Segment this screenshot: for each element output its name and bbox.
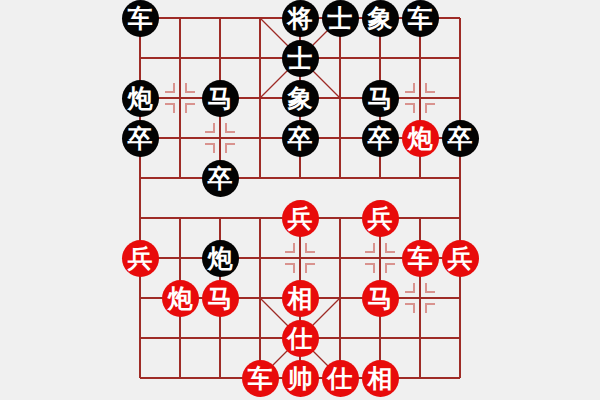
piece-black-soldier[interactable]: 卒: [280, 118, 320, 158]
piece-red-cannon[interactable]: 炮: [400, 118, 440, 158]
point-marker: [400, 278, 440, 318]
piece-black-soldier[interactable]: 卒: [360, 118, 400, 158]
piece-red-horse[interactable]: 马: [360, 278, 400, 318]
piece-red-chariot[interactable]: 车: [400, 238, 440, 278]
piece-black-chariot[interactable]: 车: [120, 0, 160, 38]
piece-black-advisor[interactable]: 士: [320, 0, 360, 38]
piece-black-soldier[interactable]: 卒: [120, 118, 160, 158]
piece-black-horse[interactable]: 马: [360, 78, 400, 118]
piece-black-elephant[interactable]: 象: [280, 78, 320, 118]
piece-red-general[interactable]: 帅: [280, 358, 320, 398]
point-marker: [360, 238, 400, 278]
piece-black-soldier[interactable]: 卒: [440, 118, 480, 158]
point-marker: [280, 238, 320, 278]
piece-red-elephant[interactable]: 相: [280, 278, 320, 318]
piece-red-chariot[interactable]: 车: [240, 358, 280, 398]
point-marker: [400, 78, 440, 118]
pieces-layer: 车将士象车士炮马象马卒卒卒炮卒卒兵兵兵炮车兵炮马相马仕车帅仕相: [120, 0, 480, 398]
piece-black-advisor[interactable]: 士: [280, 38, 320, 78]
piece-red-soldier[interactable]: 兵: [360, 198, 400, 238]
piece-red-elephant[interactable]: 相: [360, 358, 400, 398]
point-marker: [160, 78, 200, 118]
piece-black-chariot[interactable]: 车: [400, 0, 440, 38]
piece-red-horse[interactable]: 马: [200, 278, 240, 318]
piece-red-cannon[interactable]: 炮: [160, 278, 200, 318]
piece-black-horse[interactable]: 马: [200, 78, 240, 118]
piece-red-soldier[interactable]: 兵: [120, 238, 160, 278]
piece-red-advisor[interactable]: 仕: [320, 358, 360, 398]
piece-red-soldier[interactable]: 兵: [440, 238, 480, 278]
piece-black-general[interactable]: 将: [280, 0, 320, 38]
piece-red-soldier[interactable]: 兵: [280, 198, 320, 238]
piece-black-cannon[interactable]: 炮: [120, 78, 160, 118]
piece-red-advisor[interactable]: 仕: [280, 318, 320, 358]
xiangqi-board-screen: 车将士象车士炮马象马卒卒卒炮卒卒兵兵兵炮车兵炮马相马仕车帅仕相: [0, 0, 600, 400]
piece-black-elephant[interactable]: 象: [360, 0, 400, 38]
piece-black-soldier[interactable]: 卒: [200, 158, 240, 198]
piece-black-cannon[interactable]: 炮: [200, 238, 240, 278]
point-marker: [200, 118, 240, 158]
